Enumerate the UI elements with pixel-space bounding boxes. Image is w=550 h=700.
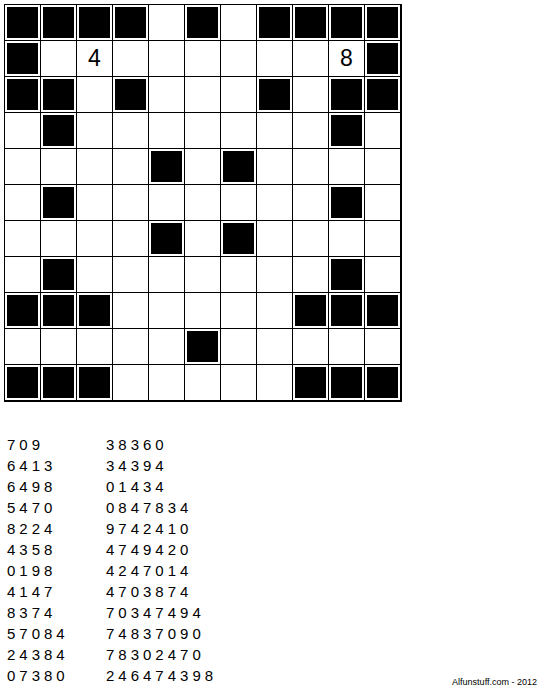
number-entry: 0847834	[106, 497, 217, 518]
cell-r11c5[interactable]	[149, 365, 185, 401]
cell-r1c4-black	[113, 5, 149, 41]
cell-r7c5-black	[149, 221, 185, 257]
cell-r5c9[interactable]	[293, 149, 329, 185]
number-entry: 6498	[7, 476, 69, 497]
cell-r1c11-black	[365, 5, 401, 41]
number-entry: 24384	[7, 644, 69, 665]
number-entry: 4749420	[106, 539, 217, 560]
number-list-left: 7096413649854708224435801984147837457084…	[7, 434, 69, 686]
cell-r7c10[interactable]	[329, 221, 365, 257]
cell-r1c5[interactable]	[149, 5, 185, 41]
cell-r10c3[interactable]	[77, 329, 113, 365]
cell-r2c8[interactable]	[257, 41, 293, 77]
cell-r6c3[interactable]	[77, 185, 113, 221]
footer-credit: Alfunstuff.com - 2012	[452, 677, 537, 687]
cell-r4c4[interactable]	[113, 113, 149, 149]
cell-r6c8[interactable]	[257, 185, 293, 221]
cell-r2c4[interactable]	[113, 41, 149, 77]
cell-r1c2-black	[41, 5, 77, 41]
cell-r8c6[interactable]	[185, 257, 221, 293]
puzzle-board: 48	[4, 4, 402, 402]
cell-r7c1[interactable]	[5, 221, 41, 257]
cell-r3c2-black	[41, 77, 77, 113]
cell-r8c11[interactable]	[365, 257, 401, 293]
cell-r2c2[interactable]	[41, 41, 77, 77]
cell-r9c10-black	[329, 293, 365, 329]
cell-r1c6-black	[185, 5, 221, 41]
cell-r4c7[interactable]	[221, 113, 257, 149]
cell-r7c8[interactable]	[257, 221, 293, 257]
cell-r11c10-black	[329, 365, 365, 401]
cell-r4c3[interactable]	[77, 113, 113, 149]
cell-r1c8-black	[257, 5, 293, 41]
cell-r5c2[interactable]	[41, 149, 77, 185]
cell-r4c9[interactable]	[293, 113, 329, 149]
cell-r3c5[interactable]	[149, 77, 185, 113]
cell-r4c2-black	[41, 113, 77, 149]
number-entry: 07380	[7, 665, 69, 686]
cell-r3c6[interactable]	[185, 77, 221, 113]
number-entry: 74837090	[106, 623, 217, 644]
cell-r11c6[interactable]	[185, 365, 221, 401]
cell-r6c1[interactable]	[5, 185, 41, 221]
cell-r1c9-black	[293, 5, 329, 41]
number-entry: 78302470	[106, 644, 217, 665]
cell-r7c9[interactable]	[293, 221, 329, 257]
cell-r8c2-black	[41, 257, 77, 293]
cell-r3c10-black	[329, 77, 365, 113]
cell-r10c2[interactable]	[41, 329, 77, 365]
cell-r10c1[interactable]	[5, 329, 41, 365]
cell-r10c9[interactable]	[293, 329, 329, 365]
number-entry: 246474398	[106, 665, 217, 686]
number-entry: 709	[7, 434, 69, 455]
cell-r3c1-black	[5, 77, 41, 113]
number-entry: 57084	[7, 623, 69, 644]
cell-r3c3[interactable]	[77, 77, 113, 113]
cell-r3c7[interactable]	[221, 77, 257, 113]
cell-r11c2-black	[41, 365, 77, 401]
cell-r10c6-black	[185, 329, 221, 365]
number-entry: 0198	[7, 560, 69, 581]
number-entry: 4247014	[106, 560, 217, 581]
cell-r6c6[interactable]	[185, 185, 221, 221]
cell-r5c10[interactable]	[329, 149, 365, 185]
cell-r3c9[interactable]	[293, 77, 329, 113]
cell-r10c11[interactable]	[365, 329, 401, 365]
cell-r1c10-black	[329, 5, 365, 41]
cell-r5c3[interactable]	[77, 149, 113, 185]
cell-r5c11[interactable]	[365, 149, 401, 185]
number-entry: 8224	[7, 518, 69, 539]
number-entry: 4703874	[106, 581, 217, 602]
cell-r9c8[interactable]	[257, 293, 293, 329]
cell-r11c8[interactable]	[257, 365, 293, 401]
cell-r3c8-black	[257, 77, 293, 113]
cell-r8c4[interactable]	[113, 257, 149, 293]
cell-r5c1[interactable]	[5, 149, 41, 185]
cell-r5c6[interactable]	[185, 149, 221, 185]
cell-r4c8[interactable]	[257, 113, 293, 149]
cell-r11c11-black	[365, 365, 401, 401]
cell-r8c5[interactable]	[149, 257, 185, 293]
cell-r2c6[interactable]	[185, 41, 221, 77]
number-entry: 34394	[106, 455, 217, 476]
cell-r9c5[interactable]	[149, 293, 185, 329]
cell-r10c8[interactable]	[257, 329, 293, 365]
cell-r8c3[interactable]	[77, 257, 113, 293]
cell-r9c11-black	[365, 293, 401, 329]
cell-r5c5-black	[149, 149, 185, 185]
cell-r8c8[interactable]	[257, 257, 293, 293]
cell-r11c3-black	[77, 365, 113, 401]
cell-r3c11-black	[365, 77, 401, 113]
cell-r7c2[interactable]	[41, 221, 77, 257]
cell-r11c4[interactable]	[113, 365, 149, 401]
cell-r2c1-black	[5, 41, 41, 77]
cell-r1c7[interactable]	[221, 5, 257, 41]
cell-r5c4[interactable]	[113, 149, 149, 185]
cell-r6c9[interactable]	[293, 185, 329, 221]
cell-r10c10[interactable]	[329, 329, 365, 365]
cell-r4c11[interactable]	[365, 113, 401, 149]
number-list-right: 3836034394014340847834974241047494204247…	[106, 434, 217, 686]
cell-r8c10-black	[329, 257, 365, 293]
cell-r4c1[interactable]	[5, 113, 41, 149]
number-entry: 38360	[106, 434, 217, 455]
cell-r11c9-black	[293, 365, 329, 401]
number-entry: 4358	[7, 539, 69, 560]
cell-r8c7[interactable]	[221, 257, 257, 293]
number-entry: 4147	[7, 581, 69, 602]
number-entry: 8374	[7, 602, 69, 623]
cell-r10c5[interactable]	[149, 329, 185, 365]
cell-r10c7[interactable]	[221, 329, 257, 365]
cell-r6c7[interactable]	[221, 185, 257, 221]
cell-r2c11-black	[365, 41, 401, 77]
cell-r5c7-black	[221, 149, 257, 185]
cell-r9c1-black	[5, 293, 41, 329]
cell-r6c2-black	[41, 185, 77, 221]
cell-r6c11[interactable]	[365, 185, 401, 221]
cell-r9c4[interactable]	[113, 293, 149, 329]
number-entry: 6413	[7, 455, 69, 476]
cell-r2c9[interactable]	[293, 41, 329, 77]
cell-r2c3-given: 4	[77, 41, 113, 77]
cell-r9c2-black	[41, 293, 77, 329]
cell-r6c10-black	[329, 185, 365, 221]
cell-r7c7-black	[221, 221, 257, 257]
cell-r9c7[interactable]	[221, 293, 257, 329]
cell-r2c7[interactable]	[221, 41, 257, 77]
number-entry: 5470	[7, 497, 69, 518]
cell-r7c6[interactable]	[185, 221, 221, 257]
cell-r1c3-black	[77, 5, 113, 41]
cell-r2c5[interactable]	[149, 41, 185, 77]
cell-r8c9[interactable]	[293, 257, 329, 293]
cell-r9c9-black	[293, 293, 329, 329]
cell-r11c1-black	[5, 365, 41, 401]
cell-r6c4[interactable]	[113, 185, 149, 221]
number-entry: 01434	[106, 476, 217, 497]
cell-r8c1[interactable]	[5, 257, 41, 293]
cell-r4c6[interactable]	[185, 113, 221, 149]
number-entry: 70347494	[106, 602, 217, 623]
number-entry: 9742410	[106, 518, 217, 539]
cell-r7c3[interactable]	[77, 221, 113, 257]
cell-r9c3-black	[77, 293, 113, 329]
cell-r6c5[interactable]	[149, 185, 185, 221]
cell-r7c4[interactable]	[113, 221, 149, 257]
cell-r9c6[interactable]	[185, 293, 221, 329]
cell-r4c10-black	[329, 113, 365, 149]
cell-r1c1-black	[5, 5, 41, 41]
cell-r11c7[interactable]	[221, 365, 257, 401]
cell-r10c4[interactable]	[113, 329, 149, 365]
cell-r7c11[interactable]	[365, 221, 401, 257]
cell-r2c10-given: 8	[329, 41, 365, 77]
cell-r4c5[interactable]	[149, 113, 185, 149]
cell-r5c8[interactable]	[257, 149, 293, 185]
cell-r3c4-black	[113, 77, 149, 113]
